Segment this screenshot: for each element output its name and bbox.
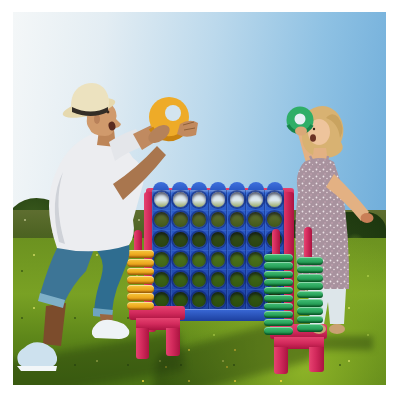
green-ring	[264, 327, 293, 334]
green-ring	[264, 295, 293, 302]
green-ring	[297, 274, 323, 282]
outdoor-scene-photo	[13, 12, 386, 385]
man-back-sneaker	[17, 342, 57, 368]
empty-slot	[248, 192, 263, 207]
empty-slot	[248, 252, 263, 267]
empty-slot	[230, 232, 245, 247]
empty-slot	[211, 212, 226, 227]
girl-open-mouth	[310, 134, 316, 142]
man-front-sneaker	[92, 320, 129, 339]
empty-slot	[230, 272, 245, 287]
man-player	[13, 72, 199, 384]
yellow-ring-hole	[165, 105, 181, 121]
board-cell-empty	[209, 269, 228, 289]
green-ring	[264, 311, 293, 318]
board-cell-empty	[227, 190, 246, 210]
girl-eye	[313, 128, 315, 130]
green-ring	[297, 291, 323, 299]
green-ring	[264, 254, 293, 261]
green-ring	[264, 319, 293, 326]
board-cell-empty	[246, 190, 265, 210]
green-ring	[297, 266, 323, 274]
empty-slot	[230, 192, 245, 207]
green-ring-pole	[304, 227, 312, 260]
green-ring	[264, 287, 293, 294]
board-cell-empty	[246, 289, 265, 309]
green-ring-stack-1	[264, 254, 293, 335]
green-ring	[264, 303, 293, 310]
empty-slot	[248, 272, 263, 287]
empty-slot	[211, 232, 226, 247]
empty-slot	[211, 192, 226, 207]
green-ring	[264, 271, 293, 278]
green-ring	[264, 262, 293, 269]
empty-slot	[230, 212, 245, 227]
right-foot-leg	[274, 347, 288, 374]
board-cell-empty	[227, 289, 246, 309]
board-cell-empty	[209, 230, 228, 250]
empty-slot	[211, 272, 226, 287]
board-cell-empty	[209, 289, 228, 309]
board-cell-empty	[246, 269, 265, 289]
board-cell-empty	[209, 190, 228, 210]
empty-slot	[211, 292, 226, 307]
board-cell-empty	[209, 250, 228, 270]
board-cell-empty	[246, 210, 265, 230]
empty-slot	[248, 292, 263, 307]
board-cell-empty	[227, 230, 246, 250]
girl-gripping-hand	[295, 127, 307, 136]
empty-slot	[230, 292, 245, 307]
man-back-sole	[17, 366, 57, 371]
man-straw-hat-crown	[71, 83, 109, 113]
green-ring	[297, 282, 323, 290]
man-back-calf	[43, 303, 66, 346]
green-ring	[297, 307, 323, 315]
board-cell-empty	[209, 210, 228, 230]
green-ring	[297, 299, 323, 307]
empty-slot	[248, 232, 263, 247]
board-cell-empty	[246, 230, 265, 250]
board-cell-empty	[227, 250, 246, 270]
girl-hand	[361, 213, 374, 223]
green-ring	[297, 257, 323, 265]
girl-foot	[329, 324, 345, 334]
green-ring	[297, 316, 323, 324]
right-foot-leg	[309, 347, 324, 372]
green-ring-hole	[295, 114, 306, 125]
empty-slot	[230, 252, 245, 267]
empty-slot	[248, 212, 263, 227]
green-ring-pole	[272, 229, 280, 257]
board-cell-empty	[227, 269, 246, 289]
green-ring	[264, 279, 293, 286]
product-photo-frame	[0, 0, 400, 400]
empty-slot	[211, 252, 226, 267]
green-ring-stack-2	[297, 257, 323, 332]
board-cell-empty	[227, 210, 246, 230]
green-ring	[297, 324, 323, 332]
board-cell-empty	[246, 250, 265, 270]
